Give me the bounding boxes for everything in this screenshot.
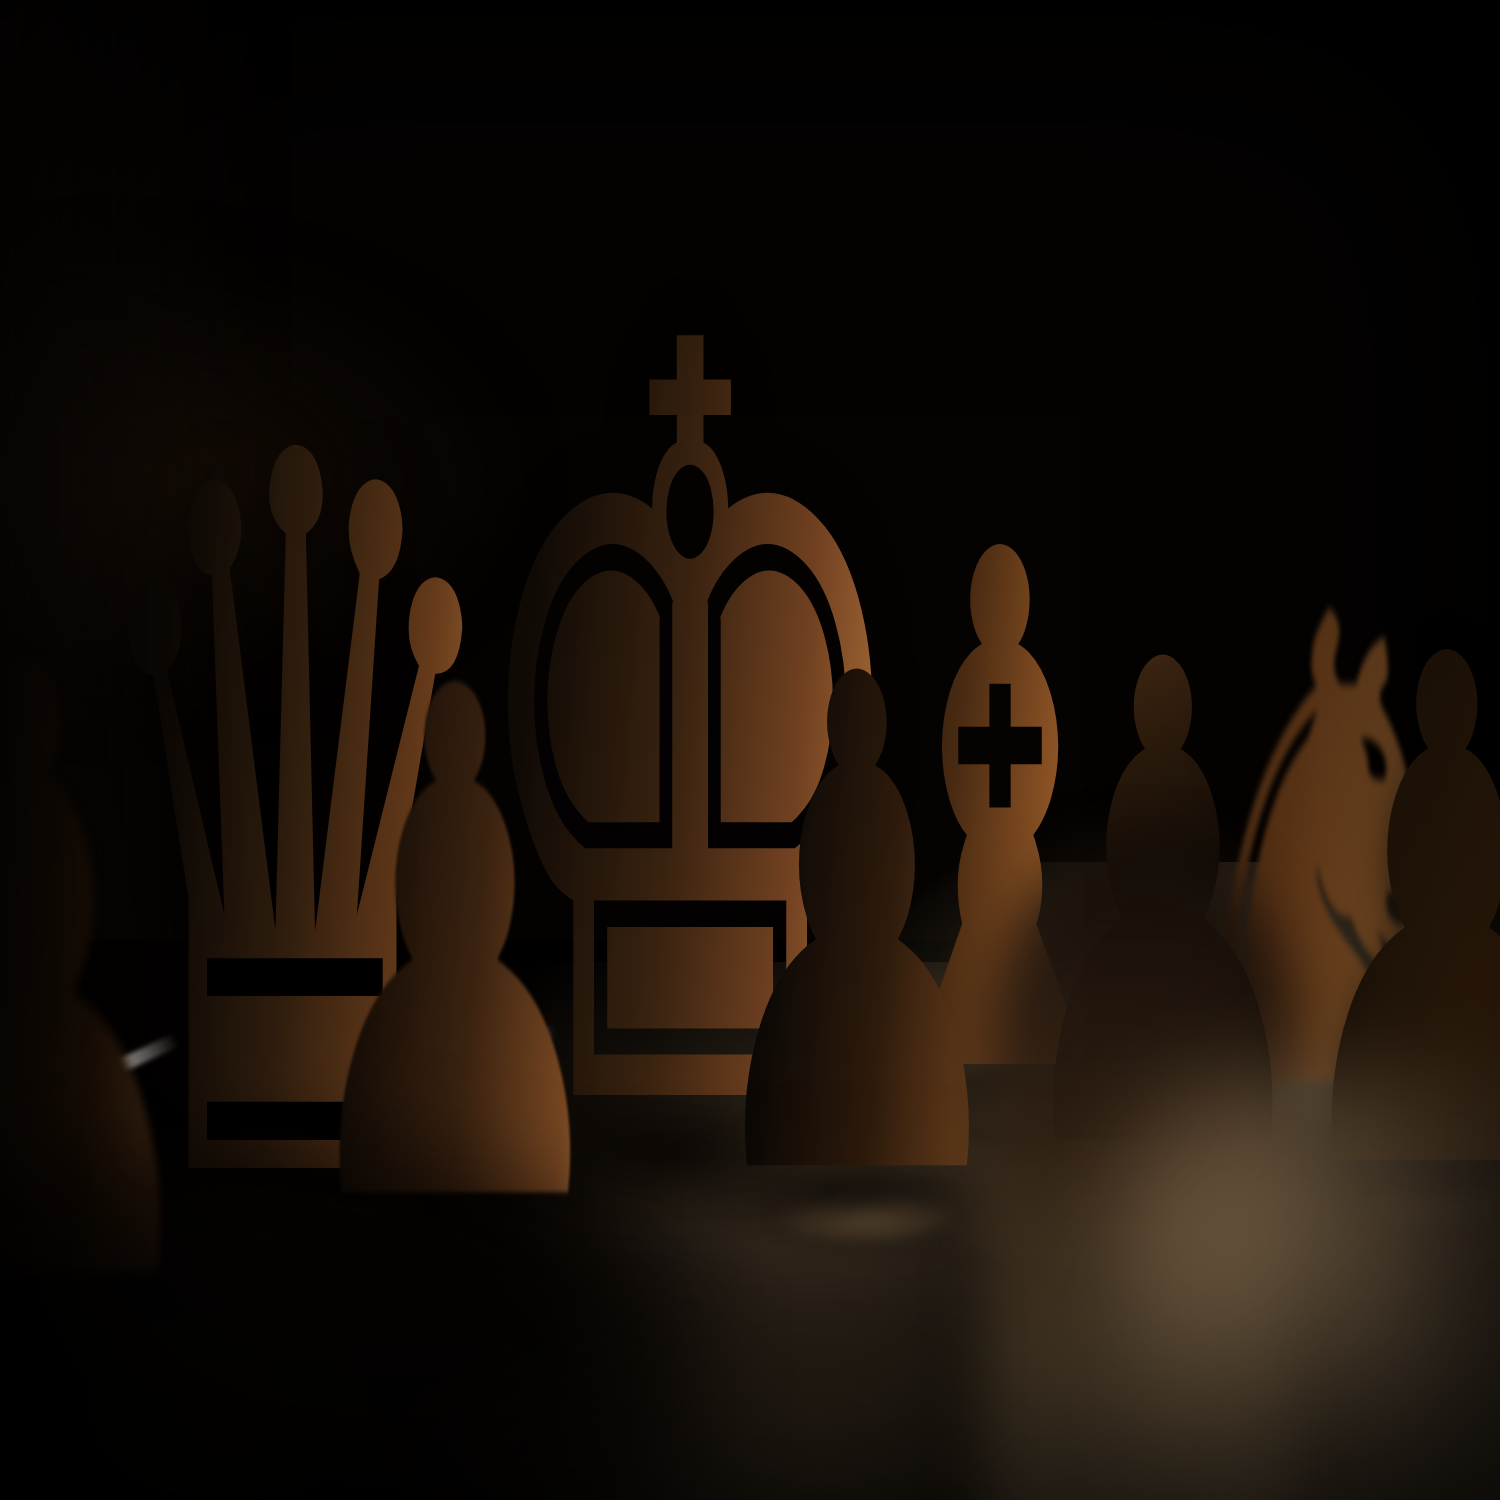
chess-photo-scene: ♝ ♟ ♛ ♟ ♚ ♟ ♝ ♟ ♞ ♟ [0,0,1500,1500]
foreground-haze-right [1120,1070,1500,1500]
foreground-shadow-left [0,1130,710,1500]
black-pawn-e7: ♟ [689,590,1024,1270]
